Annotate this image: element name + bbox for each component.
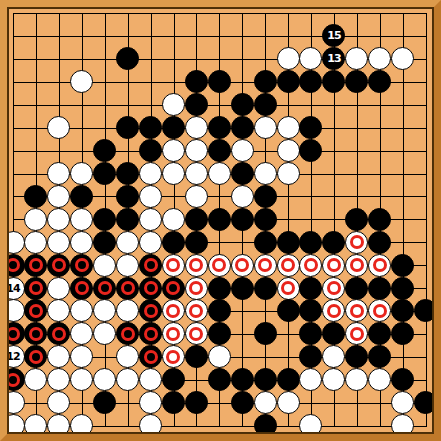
board-cell[interactable] <box>368 345 391 368</box>
board-cell[interactable] <box>185 391 208 414</box>
board-cell[interactable] <box>24 70 47 93</box>
board-cell[interactable] <box>116 277 139 300</box>
board-cell[interactable] <box>231 162 254 185</box>
board-cell[interactable] <box>185 208 208 231</box>
board-cell[interactable] <box>391 300 414 323</box>
board-cell[interactable] <box>162 414 185 437</box>
board-cell[interactable] <box>2 139 25 162</box>
board-cell[interactable] <box>254 368 277 391</box>
board-cell[interactable] <box>93 185 116 208</box>
board-cell[interactable]: 13 <box>322 47 345 70</box>
board-cell[interactable] <box>322 116 345 139</box>
board-cell[interactable] <box>254 300 277 323</box>
board-cell[interactable] <box>162 47 185 70</box>
board-cell[interactable] <box>300 368 323 391</box>
board-cell[interactable] <box>231 116 254 139</box>
board-cell[interactable] <box>185 300 208 323</box>
board-cell[interactable] <box>391 162 414 185</box>
board-cell[interactable] <box>254 391 277 414</box>
board-cell[interactable] <box>116 231 139 254</box>
board-cell[interactable] <box>93 2 116 25</box>
board-cell[interactable] <box>231 93 254 116</box>
board-cell[interactable] <box>414 24 437 47</box>
board-cell[interactable] <box>93 70 116 93</box>
board-cell[interactable] <box>277 24 300 47</box>
board-cell[interactable] <box>414 47 437 70</box>
board-cell[interactable] <box>231 139 254 162</box>
board-cell[interactable] <box>277 70 300 93</box>
board-cell[interactable] <box>139 391 162 414</box>
board-cell[interactable] <box>300 254 323 277</box>
board-cell[interactable] <box>70 139 93 162</box>
board-cell[interactable] <box>254 24 277 47</box>
board-cell[interactable] <box>368 322 391 345</box>
board-cell[interactable] <box>254 208 277 231</box>
board-cell[interactable] <box>116 414 139 437</box>
board-cell[interactable] <box>93 93 116 116</box>
board-cell[interactable] <box>322 277 345 300</box>
board-cell[interactable] <box>322 391 345 414</box>
board-cell[interactable] <box>277 231 300 254</box>
board-cell[interactable] <box>300 139 323 162</box>
board-cell[interactable] <box>116 162 139 185</box>
board-cell[interactable] <box>414 116 437 139</box>
board-cell[interactable] <box>277 414 300 437</box>
board-cell[interactable] <box>208 24 231 47</box>
board-cell[interactable] <box>162 391 185 414</box>
board-cell[interactable] <box>162 70 185 93</box>
board-cell[interactable] <box>368 414 391 437</box>
board-cell[interactable] <box>345 368 368 391</box>
board-cell[interactable] <box>70 254 93 277</box>
board-cell[interactable] <box>322 139 345 162</box>
board-cell[interactable] <box>208 300 231 323</box>
board-cell[interactable] <box>47 277 70 300</box>
board-cell[interactable] <box>93 368 116 391</box>
board-cell[interactable] <box>47 116 70 139</box>
board-cell[interactable] <box>24 231 47 254</box>
board-cell[interactable] <box>414 93 437 116</box>
board-cell[interactable] <box>70 345 93 368</box>
board-cell[interactable] <box>116 322 139 345</box>
board-cell[interactable] <box>368 24 391 47</box>
board-cell[interactable] <box>185 70 208 93</box>
board-cell[interactable] <box>70 277 93 300</box>
board-cell[interactable] <box>414 300 437 323</box>
board-cell[interactable] <box>322 322 345 345</box>
board-cell[interactable] <box>391 254 414 277</box>
board-cell[interactable] <box>231 345 254 368</box>
board-cell[interactable] <box>391 139 414 162</box>
board-cell[interactable] <box>391 391 414 414</box>
board-cell[interactable] <box>368 162 391 185</box>
board-cell[interactable] <box>93 254 116 277</box>
board-cell[interactable] <box>277 2 300 25</box>
board-cell[interactable] <box>391 93 414 116</box>
board-cell[interactable] <box>162 2 185 25</box>
board-cell[interactable] <box>208 116 231 139</box>
board-cell[interactable] <box>70 231 93 254</box>
board-cell[interactable] <box>391 231 414 254</box>
board-cell[interactable] <box>116 70 139 93</box>
board-cell[interactable] <box>93 231 116 254</box>
board-cell[interactable] <box>116 254 139 277</box>
board-cell[interactable] <box>47 322 70 345</box>
board-cell[interactable] <box>185 139 208 162</box>
board-cell[interactable] <box>24 162 47 185</box>
board-cell[interactable] <box>47 368 70 391</box>
board-cell[interactable] <box>139 208 162 231</box>
board-cell[interactable] <box>139 2 162 25</box>
board-cell[interactable] <box>322 254 345 277</box>
board-cell[interactable] <box>2 391 25 414</box>
board-cell[interactable] <box>231 70 254 93</box>
board-cell[interactable] <box>277 185 300 208</box>
board-cell[interactable] <box>162 93 185 116</box>
board-cell[interactable] <box>254 116 277 139</box>
board-cell[interactable] <box>231 254 254 277</box>
board-cell[interactable] <box>277 277 300 300</box>
board-cell[interactable] <box>116 185 139 208</box>
board-cell[interactable] <box>139 162 162 185</box>
board-cell[interactable] <box>162 254 185 277</box>
board-cell[interactable] <box>93 139 116 162</box>
board-cell[interactable] <box>277 368 300 391</box>
board-cell[interactable] <box>70 2 93 25</box>
board-cell[interactable] <box>93 391 116 414</box>
board-cell[interactable] <box>116 368 139 391</box>
board-cell[interactable] <box>414 231 437 254</box>
board-cell[interactable] <box>300 185 323 208</box>
board-cell[interactable] <box>24 185 47 208</box>
board-cell[interactable] <box>300 231 323 254</box>
board-cell[interactable] <box>300 2 323 25</box>
board-cell[interactable] <box>345 231 368 254</box>
board-cell[interactable] <box>162 231 185 254</box>
board-cell[interactable] <box>345 93 368 116</box>
board-cell[interactable] <box>231 185 254 208</box>
board-cell[interactable] <box>254 231 277 254</box>
board-cell[interactable] <box>277 47 300 70</box>
board-cell[interactable] <box>231 47 254 70</box>
board-cell[interactable] <box>24 254 47 277</box>
board-cell[interactable] <box>185 231 208 254</box>
board-cell[interactable] <box>414 162 437 185</box>
board-cell[interactable] <box>254 47 277 70</box>
board-cell[interactable] <box>391 2 414 25</box>
board-cell[interactable] <box>185 277 208 300</box>
board-cell[interactable] <box>70 414 93 437</box>
board-cell[interactable] <box>208 254 231 277</box>
board-cell[interactable] <box>2 93 25 116</box>
board-cell[interactable] <box>93 300 116 323</box>
board-cell[interactable] <box>345 116 368 139</box>
board-cell[interactable] <box>139 300 162 323</box>
board-cell[interactable] <box>70 322 93 345</box>
board-cell[interactable] <box>139 254 162 277</box>
board-cell[interactable] <box>231 391 254 414</box>
board-cell[interactable] <box>208 162 231 185</box>
board-cell[interactable] <box>368 2 391 25</box>
board-cell[interactable] <box>162 24 185 47</box>
board-cell[interactable] <box>185 185 208 208</box>
board-cell[interactable] <box>116 24 139 47</box>
board-cell[interactable] <box>162 185 185 208</box>
board-cell[interactable] <box>300 47 323 70</box>
board-cell[interactable] <box>47 208 70 231</box>
board-cell[interactable] <box>2 368 25 391</box>
board-cell[interactable] <box>345 162 368 185</box>
board-cell[interactable] <box>322 93 345 116</box>
board-cell[interactable] <box>70 185 93 208</box>
board-cell[interactable] <box>277 93 300 116</box>
board-cell[interactable] <box>208 70 231 93</box>
board-cell[interactable] <box>277 322 300 345</box>
board-cell[interactable] <box>300 24 323 47</box>
board-cell[interactable] <box>277 345 300 368</box>
board-cell[interactable] <box>300 162 323 185</box>
board-cell[interactable] <box>24 414 47 437</box>
board-cell[interactable] <box>47 162 70 185</box>
board-cell[interactable] <box>345 24 368 47</box>
board-cell[interactable] <box>116 2 139 25</box>
board-cell[interactable] <box>2 70 25 93</box>
board-cell[interactable] <box>47 24 70 47</box>
board-cell[interactable] <box>391 185 414 208</box>
board-cell[interactable] <box>345 391 368 414</box>
board-cell[interactable] <box>24 139 47 162</box>
board-cell[interactable] <box>300 277 323 300</box>
board-cell[interactable] <box>300 208 323 231</box>
board-cell[interactable] <box>300 345 323 368</box>
board-cell[interactable] <box>254 345 277 368</box>
board-cell[interactable] <box>414 2 437 25</box>
board-cell[interactable] <box>24 93 47 116</box>
board-cell[interactable] <box>231 231 254 254</box>
board-cell[interactable] <box>368 300 391 323</box>
board-cell[interactable] <box>208 391 231 414</box>
board-cell[interactable] <box>2 116 25 139</box>
board-cell[interactable] <box>93 116 116 139</box>
board-cell[interactable] <box>24 277 47 300</box>
board-cell[interactable] <box>208 368 231 391</box>
board-cell[interactable] <box>139 139 162 162</box>
board-cell[interactable] <box>24 322 47 345</box>
board-cell[interactable] <box>116 391 139 414</box>
board-cell[interactable] <box>414 185 437 208</box>
board-cell[interactable] <box>208 93 231 116</box>
board-cell[interactable] <box>300 414 323 437</box>
board-cell[interactable] <box>322 162 345 185</box>
board-cell[interactable] <box>208 277 231 300</box>
board-cell[interactable] <box>254 2 277 25</box>
board-cell[interactable] <box>47 414 70 437</box>
board-cell[interactable] <box>162 208 185 231</box>
board-cell[interactable] <box>2 300 25 323</box>
board-cell[interactable] <box>345 2 368 25</box>
board-cell[interactable] <box>116 47 139 70</box>
board-cell[interactable] <box>345 277 368 300</box>
board-cell[interactable] <box>368 277 391 300</box>
board-cell[interactable] <box>277 162 300 185</box>
board-cell[interactable] <box>162 116 185 139</box>
board-cell[interactable] <box>300 300 323 323</box>
board-cell[interactable] <box>139 231 162 254</box>
board-cell[interactable] <box>208 231 231 254</box>
board-cell[interactable] <box>162 322 185 345</box>
board-cell[interactable] <box>162 139 185 162</box>
board-cell[interactable] <box>70 93 93 116</box>
board-cell[interactable] <box>185 93 208 116</box>
board-cell[interactable] <box>2 414 25 437</box>
board-cell[interactable] <box>322 231 345 254</box>
board-cell[interactable] <box>24 208 47 231</box>
board-cell[interactable] <box>254 414 277 437</box>
board-cell[interactable] <box>414 208 437 231</box>
board-cell[interactable] <box>345 300 368 323</box>
board-cell[interactable] <box>162 345 185 368</box>
board-cell[interactable] <box>345 47 368 70</box>
board-cell[interactable] <box>139 368 162 391</box>
board-cell[interactable] <box>70 116 93 139</box>
board-cell[interactable] <box>24 300 47 323</box>
board-cell[interactable]: 15 <box>322 24 345 47</box>
board-cell[interactable] <box>24 345 47 368</box>
board-cell[interactable] <box>208 2 231 25</box>
board-cell[interactable] <box>391 208 414 231</box>
board-cell[interactable] <box>322 208 345 231</box>
board-cell[interactable] <box>368 47 391 70</box>
board-cell[interactable] <box>116 93 139 116</box>
board-cell[interactable] <box>116 116 139 139</box>
board-cell[interactable] <box>70 24 93 47</box>
board-cell[interactable] <box>368 208 391 231</box>
board-cell[interactable] <box>139 116 162 139</box>
board-cell[interactable] <box>300 93 323 116</box>
board-cell[interactable] <box>116 208 139 231</box>
board-cell[interactable] <box>345 322 368 345</box>
board-cell[interactable] <box>368 368 391 391</box>
board-cell[interactable] <box>24 368 47 391</box>
board-cell[interactable]: 14 <box>2 277 25 300</box>
board-cell[interactable] <box>368 254 391 277</box>
board-cell[interactable] <box>162 162 185 185</box>
board-cell[interactable] <box>414 139 437 162</box>
board-cell[interactable] <box>24 391 47 414</box>
board-cell[interactable] <box>277 300 300 323</box>
board-cell[interactable] <box>391 345 414 368</box>
board-cell[interactable] <box>254 277 277 300</box>
board-cell[interactable] <box>93 277 116 300</box>
board-cell[interactable] <box>254 139 277 162</box>
board-cell[interactable] <box>231 414 254 437</box>
board-cell[interactable] <box>300 391 323 414</box>
board-cell[interactable] <box>2 185 25 208</box>
board-cell[interactable] <box>185 116 208 139</box>
board-cell[interactable] <box>47 185 70 208</box>
board-cell[interactable] <box>162 277 185 300</box>
board-cell[interactable] <box>231 277 254 300</box>
board-cell[interactable] <box>277 139 300 162</box>
board-cell[interactable] <box>368 391 391 414</box>
board-cell[interactable] <box>208 345 231 368</box>
board-cell[interactable] <box>47 47 70 70</box>
board-cell[interactable] <box>185 345 208 368</box>
board-cell[interactable] <box>277 208 300 231</box>
board-cell[interactable] <box>162 300 185 323</box>
board-cell[interactable] <box>47 231 70 254</box>
board-cell[interactable] <box>162 368 185 391</box>
board-cell[interactable] <box>185 2 208 25</box>
board-cell[interactable] <box>231 368 254 391</box>
board-cell[interactable] <box>2 47 25 70</box>
board-cell[interactable] <box>345 254 368 277</box>
board-cell[interactable] <box>139 47 162 70</box>
board-cell[interactable] <box>24 2 47 25</box>
board-cell[interactable] <box>139 70 162 93</box>
board-cell[interactable] <box>47 139 70 162</box>
board-cell[interactable] <box>70 47 93 70</box>
board-cell[interactable] <box>24 24 47 47</box>
board-cell[interactable] <box>185 254 208 277</box>
board-cell[interactable] <box>254 70 277 93</box>
board-cell[interactable] <box>322 414 345 437</box>
board-cell[interactable] <box>322 300 345 323</box>
board-cell[interactable] <box>391 414 414 437</box>
board-cell[interactable] <box>368 93 391 116</box>
board-cell[interactable] <box>70 208 93 231</box>
board-cell[interactable] <box>208 185 231 208</box>
board-cell[interactable] <box>2 2 25 25</box>
board-cell[interactable] <box>93 414 116 437</box>
board-cell[interactable] <box>70 70 93 93</box>
board-cell[interactable] <box>391 24 414 47</box>
board-cell[interactable] <box>368 70 391 93</box>
board-cell[interactable] <box>254 93 277 116</box>
board-cell[interactable] <box>414 277 437 300</box>
board-cell[interactable] <box>391 116 414 139</box>
board-cell[interactable] <box>185 24 208 47</box>
board-cell[interactable] <box>208 414 231 437</box>
board-cell[interactable] <box>47 345 70 368</box>
board-cell[interactable] <box>70 300 93 323</box>
board-cell[interactable] <box>231 208 254 231</box>
board-cell[interactable] <box>208 322 231 345</box>
board-cell[interactable] <box>368 185 391 208</box>
board-cell[interactable] <box>2 24 25 47</box>
board-cell[interactable] <box>208 139 231 162</box>
board-cell[interactable] <box>300 116 323 139</box>
board-cell[interactable] <box>300 322 323 345</box>
board-cell[interactable] <box>368 231 391 254</box>
board-cell[interactable] <box>139 185 162 208</box>
board-cell[interactable] <box>345 414 368 437</box>
board-cell[interactable] <box>93 322 116 345</box>
board-cell[interactable] <box>47 93 70 116</box>
board-cell[interactable] <box>93 162 116 185</box>
board-cell[interactable] <box>277 254 300 277</box>
board-cell[interactable] <box>414 70 437 93</box>
board-cell[interactable] <box>231 300 254 323</box>
board-cell[interactable] <box>322 368 345 391</box>
board-cell[interactable] <box>368 139 391 162</box>
board-cell[interactable] <box>93 208 116 231</box>
board-cell[interactable] <box>231 322 254 345</box>
board-cell[interactable] <box>139 322 162 345</box>
board-cell[interactable] <box>116 139 139 162</box>
board-cell[interactable] <box>185 414 208 437</box>
board-cell[interactable] <box>116 300 139 323</box>
